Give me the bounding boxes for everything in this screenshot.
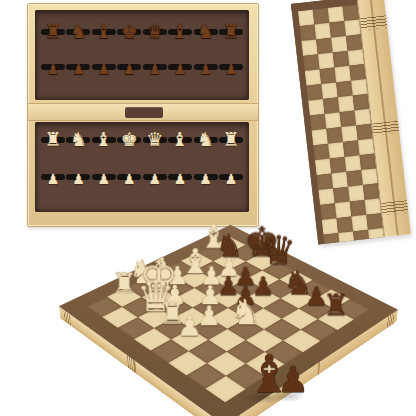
stored-piece-slot: ♝ <box>92 130 116 149</box>
stored-piece-slot: ♟ <box>143 62 167 76</box>
stored-piece-slot: ♚ <box>117 130 141 149</box>
dark-major-row: ♜♞♝♚♛♝♞♜ <box>41 22 243 41</box>
stored-piece-slot: ♞ <box>66 130 90 149</box>
stored-piece-slot: ♜ <box>219 22 243 41</box>
stored-piece-slot: ♞ <box>194 22 218 41</box>
white-knight-f4[interactable]: ♞ <box>225 294 266 329</box>
stored-piece-slot: ♟ <box>219 62 243 76</box>
groove-lines <box>372 121 399 136</box>
off-board-black-pawn[interactable]: ♟ <box>277 362 309 398</box>
white-pawn-e2[interactable]: ♟ <box>169 312 211 339</box>
stored-piece-slot: ♟ <box>117 62 141 76</box>
stored-piece-slot: ♟ <box>168 62 192 76</box>
stored-piece-slot: ♟ <box>66 62 90 76</box>
stored-dark-pawn[interactable]: ♟ <box>123 62 136 76</box>
stored-dark-pawn[interactable]: ♟ <box>174 62 187 76</box>
stored-light-pawn[interactable]: ♟ <box>174 172 187 186</box>
stored-light-queen[interactable]: ♛ <box>146 130 163 149</box>
stored-dark-pawn[interactable]: ♟ <box>72 62 85 76</box>
dark-pawn-row: ♟♟♟♟♟♟♟♟ <box>41 62 243 76</box>
stored-light-bishop[interactable]: ♝ <box>95 130 112 149</box>
stored-light-pawn[interactable]: ♟ <box>148 172 161 186</box>
stored-piece-slot: ♝ <box>92 22 116 41</box>
stored-dark-pawn[interactable]: ♟ <box>225 62 238 76</box>
stored-dark-knight[interactable]: ♞ <box>70 22 87 41</box>
box-latch[interactable] <box>125 107 163 118</box>
box-hinge-strip <box>28 103 258 121</box>
chess-set-product-photo: ♜♞♝♚♛♝♞♜ ♟♟♟♟♟♟♟♟ ♜♞♝♚♛♝♞♜ ♟♟♟♟♟♟♟♟ ♝♚♞♛… <box>0 0 416 416</box>
stored-light-pawn[interactable]: ♟ <box>47 172 60 186</box>
stored-light-knight[interactable]: ♞ <box>197 130 214 149</box>
stored-light-pawn[interactable]: ♟ <box>123 172 136 186</box>
groove-lines <box>360 15 387 30</box>
stored-dark-rook[interactable]: ♜ <box>44 22 61 41</box>
black-rook-h7[interactable]: ♜ <box>315 290 356 320</box>
stored-piece-slot: ♜ <box>41 22 65 41</box>
stored-light-rook[interactable]: ♜ <box>222 130 239 149</box>
chess-board: ♝♚♞♛♝♟♟♞♟♟♟♜♚♞♟♟♟♟♟♟♛♜♜♞♟♟ <box>59 225 398 416</box>
stored-piece-slot: ♛ <box>143 22 167 41</box>
stored-light-pawn[interactable]: ♟ <box>98 172 111 186</box>
stored-piece-slot: ♚ <box>117 22 141 41</box>
stored-dark-rook[interactable]: ♜ <box>222 22 239 41</box>
stored-light-rook[interactable]: ♜ <box>44 130 61 149</box>
stored-light-pawn[interactable]: ♟ <box>72 172 85 186</box>
stored-light-pawn[interactable]: ♟ <box>199 172 212 186</box>
stored-piece-slot: ♜ <box>219 130 243 149</box>
stored-dark-king[interactable]: ♚ <box>121 22 138 41</box>
stored-light-bishop[interactable]: ♝ <box>172 130 189 149</box>
stored-piece-slot: ♝ <box>168 130 192 149</box>
stored-light-knight[interactable]: ♞ <box>70 130 87 149</box>
stored-dark-pawn[interactable]: ♟ <box>47 62 60 76</box>
stored-piece-slot: ♛ <box>143 130 167 149</box>
dark-pieces-tray: ♜♞♝♚♛♝♞♜ ♟♟♟♟♟♟♟♟ <box>35 10 249 100</box>
stored-dark-bishop[interactable]: ♝ <box>95 22 112 41</box>
stored-piece-slot: ♞ <box>194 130 218 149</box>
stored-piece-slot: ♝ <box>168 22 192 41</box>
stored-piece-slot: ♟ <box>194 62 218 76</box>
stored-piece-slot: ♜ <box>41 130 65 149</box>
stored-dark-pawn[interactable]: ♟ <box>199 62 212 76</box>
board-piece-layer: ♝♚♞♛♝♟♟♞♟♟♟♜♚♞♟♟♟♟♟♟♛♜♜♞♟♟ <box>87 237 370 403</box>
stored-piece-slot: ♞ <box>66 22 90 41</box>
fold-seam <box>317 362 319 376</box>
stored-dark-queen[interactable]: ♛ <box>146 22 163 41</box>
stored-dark-pawn[interactable]: ♟ <box>148 62 161 76</box>
stored-light-pawn[interactable]: ♟ <box>225 172 238 186</box>
stored-dark-pawn[interactable]: ♟ <box>98 62 111 76</box>
stored-light-king[interactable]: ♚ <box>121 130 138 149</box>
stored-piece-slot: ♟ <box>41 62 65 76</box>
stored-dark-bishop[interactable]: ♝ <box>172 22 189 41</box>
stored-piece-slot: ♟ <box>92 62 116 76</box>
stored-dark-knight[interactable]: ♞ <box>197 22 214 41</box>
